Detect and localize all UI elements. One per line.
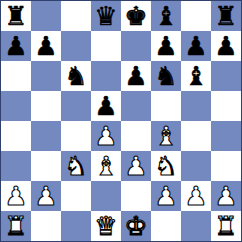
square-e8[interactable]: ♚ <box>121 1 151 31</box>
piece-black-rook[interactable]: ♜ <box>214 1 237 31</box>
piece-white-rook[interactable]: ♜ <box>4 211 27 241</box>
piece-black-queen[interactable]: ♛ <box>94 1 117 31</box>
piece-black-pawn[interactable]: ♟ <box>94 91 117 121</box>
square-g3[interactable] <box>181 151 211 181</box>
square-g6[interactable]: ♝ <box>181 61 211 91</box>
square-b6[interactable] <box>31 61 61 91</box>
square-f3[interactable]: ♞ <box>151 151 181 181</box>
square-f4[interactable]: ♝ <box>151 121 181 151</box>
piece-black-pawn[interactable]: ♟ <box>4 31 27 61</box>
piece-white-pawn[interactable]: ♟ <box>214 181 237 211</box>
square-e1[interactable]: ♚ <box>121 211 151 241</box>
square-h4[interactable] <box>211 121 241 151</box>
square-h7[interactable]: ♟ <box>211 31 241 61</box>
square-e6[interactable]: ♟ <box>121 61 151 91</box>
square-d7[interactable] <box>91 31 121 61</box>
piece-black-bishop[interactable]: ♝ <box>184 61 207 91</box>
square-b8[interactable] <box>31 1 61 31</box>
square-d1[interactable]: ♛ <box>91 211 121 241</box>
piece-black-knight[interactable]: ♞ <box>64 61 87 91</box>
square-d5[interactable]: ♟ <box>91 91 121 121</box>
square-a8[interactable]: ♜ <box>1 1 31 31</box>
piece-white-pawn[interactable]: ♟ <box>154 181 177 211</box>
square-a2[interactable]: ♟ <box>1 181 31 211</box>
square-b4[interactable] <box>31 121 61 151</box>
square-f5[interactable] <box>151 91 181 121</box>
square-h3[interactable] <box>211 151 241 181</box>
piece-white-pawn[interactable]: ♟ <box>94 121 117 151</box>
square-d8[interactable]: ♛ <box>91 1 121 31</box>
piece-white-pawn[interactable]: ♟ <box>34 181 57 211</box>
piece-white-bishop[interactable]: ♝ <box>94 151 117 181</box>
square-g4[interactable] <box>181 121 211 151</box>
piece-black-pawn[interactable]: ♟ <box>124 61 147 91</box>
square-f2[interactable]: ♟ <box>151 181 181 211</box>
square-e4[interactable] <box>121 121 151 151</box>
square-g2[interactable]: ♟ <box>181 181 211 211</box>
square-c2[interactable] <box>61 181 91 211</box>
piece-white-knight[interactable]: ♞ <box>64 151 87 181</box>
piece-white-queen[interactable]: ♛ <box>94 211 117 241</box>
piece-black-pawn[interactable]: ♟ <box>214 31 237 61</box>
chess-board: ♜♛♚♝♜♟♟♟♟♟♞♟♞♝♟♟♝♞♝♟♞♟♟♟♟♟♜♛♚♜ <box>0 0 242 242</box>
square-b2[interactable]: ♟ <box>31 181 61 211</box>
square-f8[interactable]: ♝ <box>151 1 181 31</box>
piece-white-knight[interactable]: ♞ <box>154 151 177 181</box>
square-c3[interactable]: ♞ <box>61 151 91 181</box>
piece-white-pawn[interactable]: ♟ <box>4 181 27 211</box>
piece-white-king[interactable]: ♚ <box>124 211 147 241</box>
square-g1[interactable] <box>181 211 211 241</box>
piece-black-rook[interactable]: ♜ <box>4 1 27 31</box>
piece-white-pawn[interactable]: ♟ <box>184 181 207 211</box>
square-c7[interactable] <box>61 31 91 61</box>
piece-black-pawn[interactable]: ♟ <box>154 31 177 61</box>
square-g8[interactable] <box>181 1 211 31</box>
square-a5[interactable] <box>1 91 31 121</box>
square-e3[interactable]: ♟ <box>121 151 151 181</box>
square-a4[interactable] <box>1 121 31 151</box>
square-e7[interactable] <box>121 31 151 61</box>
square-b5[interactable] <box>31 91 61 121</box>
piece-black-pawn[interactable]: ♟ <box>34 31 57 61</box>
piece-black-knight[interactable]: ♞ <box>154 61 177 91</box>
square-d4[interactable]: ♟ <box>91 121 121 151</box>
square-d6[interactable] <box>91 61 121 91</box>
square-d2[interactable] <box>91 181 121 211</box>
square-h8[interactable]: ♜ <box>211 1 241 31</box>
square-a7[interactable]: ♟ <box>1 31 31 61</box>
square-a3[interactable] <box>1 151 31 181</box>
square-g5[interactable] <box>181 91 211 121</box>
square-c1[interactable] <box>61 211 91 241</box>
square-f1[interactable] <box>151 211 181 241</box>
square-a1[interactable]: ♜ <box>1 211 31 241</box>
square-c8[interactable] <box>61 1 91 31</box>
piece-white-pawn[interactable]: ♟ <box>124 151 147 181</box>
square-f6[interactable]: ♞ <box>151 61 181 91</box>
square-f7[interactable]: ♟ <box>151 31 181 61</box>
piece-black-king[interactable]: ♚ <box>124 1 147 31</box>
square-e5[interactable] <box>121 91 151 121</box>
square-h6[interactable] <box>211 61 241 91</box>
piece-black-pawn[interactable]: ♟ <box>184 31 207 61</box>
square-b3[interactable] <box>31 151 61 181</box>
square-c5[interactable] <box>61 91 91 121</box>
piece-black-bishop[interactable]: ♝ <box>154 1 177 31</box>
square-e2[interactable] <box>121 181 151 211</box>
square-c6[interactable]: ♞ <box>61 61 91 91</box>
piece-white-bishop[interactable]: ♝ <box>154 121 177 151</box>
square-b7[interactable]: ♟ <box>31 31 61 61</box>
square-a6[interactable] <box>1 61 31 91</box>
square-h5[interactable] <box>211 91 241 121</box>
piece-white-rook[interactable]: ♜ <box>214 211 237 241</box>
square-c4[interactable] <box>61 121 91 151</box>
square-h1[interactable]: ♜ <box>211 211 241 241</box>
square-h2[interactable]: ♟ <box>211 181 241 211</box>
square-d3[interactable]: ♝ <box>91 151 121 181</box>
square-b1[interactable] <box>31 211 61 241</box>
square-g7[interactable]: ♟ <box>181 31 211 61</box>
